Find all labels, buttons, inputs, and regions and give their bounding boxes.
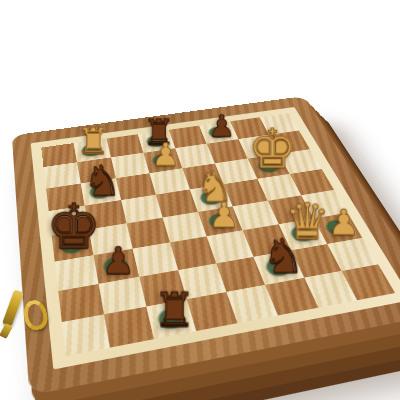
square-a1[interactable] xyxy=(62,314,110,356)
dark-rook-glyph: ♜ xyxy=(153,286,196,334)
dark-king[interactable]: ♚ xyxy=(52,229,94,261)
square-b2[interactable] xyxy=(99,277,146,315)
light-king-glyph: ♚ xyxy=(248,122,297,176)
clasp-hook xyxy=(21,298,50,332)
dark-king-glyph: ♚ xyxy=(46,196,102,258)
dark-pawn-glyph: ♟ xyxy=(208,111,235,141)
light-pawn-glyph: ♟ xyxy=(208,198,239,233)
square-b1[interactable] xyxy=(104,306,153,347)
square-c1[interactable]: ♜ xyxy=(146,299,196,339)
dark-rook[interactable]: ♜ xyxy=(146,299,196,339)
dark-knight-glyph: ♞ xyxy=(262,233,305,281)
square-a4[interactable]: ♚ xyxy=(52,229,94,261)
board-scene: ♜♜♟♟♞♚♞♚♟♟♛♟♞♜ xyxy=(22,36,378,366)
brass-clasp-icon xyxy=(0,284,52,346)
clasp-plate xyxy=(2,289,24,326)
dark-pawn-glyph: ♟ xyxy=(102,241,136,279)
board-frame: ♜♜♟♟♞♚♞♚♟♟♛♟♞♜ xyxy=(12,96,400,396)
square-a2[interactable] xyxy=(58,284,104,322)
light-pawn-glyph: ♟ xyxy=(327,204,359,239)
light-pawn[interactable]: ♟ xyxy=(198,206,243,236)
chess-set-photo: ♜♜♟♟♞♚♞♚♟♟♛♟♞♜ xyxy=(0,0,400,400)
clasp-pin xyxy=(0,323,13,339)
square-e4[interactable]: ♟ xyxy=(198,206,243,236)
light-pawn-glyph: ♟ xyxy=(151,138,179,170)
light-rook-glyph: ♜ xyxy=(77,123,110,160)
board-border: ♜♜♟♟♞♚♞♚♟♟♛♟♞♜ xyxy=(31,107,400,369)
chess-board: ♜♜♟♟♞♚♞♚♟♟♛♟♞♜ xyxy=(41,113,395,356)
